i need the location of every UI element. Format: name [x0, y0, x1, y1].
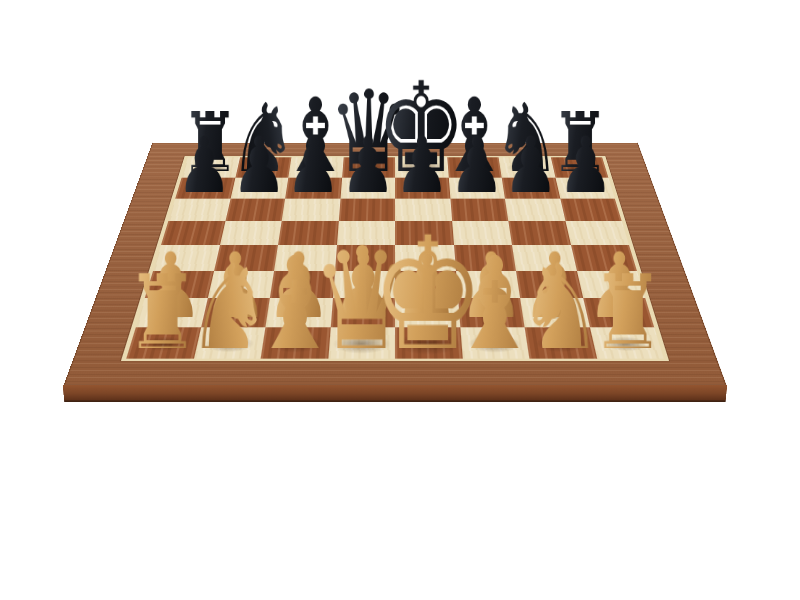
square-h8: [550, 157, 608, 177]
square-g8: [499, 157, 555, 177]
square-b6: [225, 199, 285, 221]
square-g7: [502, 177, 560, 198]
square-h6: [560, 199, 622, 221]
board-front-edge: [63, 385, 728, 402]
board-frame: ♜♞♝♛♚♝♞♜♟♟♟♟♟♟♟♟♟♟♟♟♟♟♟♟♜♞♝♛♚♝♞♜: [64, 143, 727, 385]
square-b7: [230, 177, 288, 198]
square-e8: [395, 157, 448, 177]
chess-photo: ♜♞♝♛♚♝♞♜♟♟♟♟♟♟♟♟♟♟♟♟♟♟♟♟♜♞♝♛♚♝♞♜: [0, 0, 800, 600]
chessboard: ♜♞♝♛♚♝♞♜♟♟♟♟♟♟♟♟♟♟♟♟♟♟♟♟♜♞♝♛♚♝♞♜: [64, 143, 727, 385]
board-viewport: ♜♞♝♛♚♝♞♜♟♟♟♟♟♟♟♟♟♟♟♟♟♟♟♟♜♞♝♛♚♝♞♜: [0, 0, 800, 600]
square-g6: [505, 199, 565, 221]
square-h7: [555, 177, 615, 198]
square-c8: [288, 157, 343, 177]
square-b8: [235, 157, 291, 177]
square-d8: [342, 157, 395, 177]
square-f8: [447, 157, 502, 177]
square-a8: [182, 157, 240, 177]
square-c7: [285, 177, 342, 198]
square-a6: [168, 199, 230, 221]
square-a7: [175, 177, 235, 198]
